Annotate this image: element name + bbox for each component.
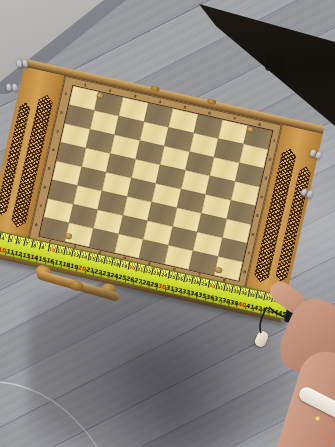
coordinate-label: 3 bbox=[264, 176, 268, 181]
coordinate-label: 5 bbox=[47, 166, 51, 171]
coordinate-label: 7 bbox=[247, 251, 251, 256]
coordinate-label: 3 bbox=[133, 94, 137, 99]
coordinate-label: 8 bbox=[258, 122, 262, 127]
coordinate-label: 2 bbox=[108, 88, 112, 93]
coordinate-label: 2 bbox=[60, 110, 64, 115]
coordinate-label: 7 bbox=[233, 116, 237, 121]
coordinate-label: 4 bbox=[260, 195, 264, 200]
coordinate-label: 1 bbox=[83, 82, 87, 87]
coordinate-label: 4 bbox=[51, 148, 55, 153]
coordinate-label: 6 bbox=[251, 232, 255, 237]
photo-scene: 11112222333344445555666677778888 4046394… bbox=[0, 0, 335, 447]
furniture-foot bbox=[265, 54, 286, 73]
coordinate-label: 6 bbox=[43, 185, 47, 190]
coordinate-label: 4 bbox=[158, 99, 162, 104]
coordinate-label: 5 bbox=[255, 213, 259, 218]
coordinate-label: 1 bbox=[64, 92, 68, 97]
floor-cable bbox=[0, 360, 110, 447]
coordinate-label: 3 bbox=[55, 129, 59, 134]
bracelet-clasp bbox=[315, 416, 320, 421]
coordinate-label: 7 bbox=[39, 204, 43, 209]
coordinate-label: 6 bbox=[208, 110, 212, 115]
coordinate-label: 8 bbox=[34, 223, 38, 228]
butterfly-hinge-icon bbox=[6, 84, 17, 92]
coordinate-label: 2 bbox=[268, 157, 272, 162]
coordinate-label: 1 bbox=[272, 138, 276, 143]
coordinate-label: 5 bbox=[183, 105, 187, 110]
butterfly-hinge-icon bbox=[16, 60, 28, 68]
coordinate-label: 8 bbox=[243, 270, 247, 275]
